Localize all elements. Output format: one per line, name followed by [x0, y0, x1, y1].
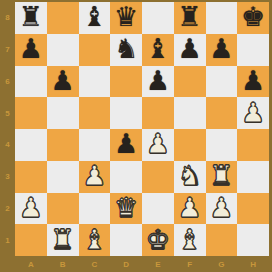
- black-pawn[interactable]: ♟: [241, 67, 265, 94]
- black-rook[interactable]: ♜: [178, 3, 202, 30]
- white-pawn[interactable]: ♟: [241, 99, 265, 126]
- square-b2[interactable]: [47, 193, 79, 225]
- square-a1[interactable]: [15, 224, 47, 256]
- square-e1[interactable]: ♚: [142, 224, 174, 256]
- black-pawn[interactable]: ♟: [146, 67, 170, 94]
- rank-labels: 87654321: [0, 2, 15, 256]
- square-d5[interactable]: [110, 97, 142, 129]
- rank-label-4: 4: [0, 129, 15, 161]
- black-pawn[interactable]: ♟: [51, 67, 75, 94]
- white-pawn[interactable]: ♟: [209, 194, 233, 221]
- black-knight[interactable]: ♞: [114, 35, 138, 62]
- rank-label-8: 8: [0, 2, 15, 34]
- file-label-g: G: [206, 256, 238, 272]
- square-f6[interactable]: [174, 66, 206, 98]
- white-rook[interactable]: ♜: [51, 226, 75, 253]
- file-label-f: F: [174, 256, 206, 272]
- square-f7[interactable]: ♟: [174, 34, 206, 66]
- white-pawn[interactable]: ♟: [146, 130, 170, 157]
- square-c2[interactable]: [79, 193, 111, 225]
- square-a4[interactable]: [15, 129, 47, 161]
- square-a7[interactable]: ♟: [15, 34, 47, 66]
- square-d7[interactable]: ♞: [110, 34, 142, 66]
- black-king[interactable]: ♚: [241, 3, 265, 30]
- square-b7[interactable]: [47, 34, 79, 66]
- square-e7[interactable]: ♝: [142, 34, 174, 66]
- square-h5[interactable]: ♟: [237, 97, 269, 129]
- file-labels: ABCDEFGH: [15, 256, 269, 272]
- square-c1[interactable]: ♝: [79, 224, 111, 256]
- file-label-a: A: [15, 256, 47, 272]
- file-label-e: E: [142, 256, 174, 272]
- square-h2[interactable]: [237, 193, 269, 225]
- square-c8[interactable]: ♝: [79, 2, 111, 34]
- square-e6[interactable]: ♟: [142, 66, 174, 98]
- file-label-h: H: [237, 256, 269, 272]
- chess-board-frame: 87654321 ♜♝♛♜♚♟♞♝♟♟♟♟♟♟♟♟♟♞♜♟♛♟♟♜♝♚♝ ABC…: [0, 0, 272, 272]
- black-queen[interactable]: ♛: [114, 3, 138, 30]
- square-g3[interactable]: ♜: [206, 161, 238, 193]
- square-d6[interactable]: [110, 66, 142, 98]
- square-c3[interactable]: ♟: [79, 161, 111, 193]
- rank-label-3: 3: [0, 161, 15, 193]
- square-g7[interactable]: ♟: [206, 34, 238, 66]
- square-g8[interactable]: [206, 2, 238, 34]
- square-a3[interactable]: [15, 161, 47, 193]
- black-pawn[interactable]: ♟: [209, 35, 233, 62]
- black-bishop[interactable]: ♝: [82, 3, 106, 30]
- square-b3[interactable]: [47, 161, 79, 193]
- square-f2[interactable]: ♟: [174, 193, 206, 225]
- black-pawn[interactable]: ♟: [178, 35, 202, 62]
- square-d2[interactable]: ♛: [110, 193, 142, 225]
- square-c5[interactable]: [79, 97, 111, 129]
- square-f5[interactable]: [174, 97, 206, 129]
- white-knight[interactable]: ♞: [178, 162, 202, 189]
- white-pawn[interactable]: ♟: [19, 194, 43, 221]
- square-a2[interactable]: ♟: [15, 193, 47, 225]
- square-a8[interactable]: ♜: [15, 2, 47, 34]
- square-a5[interactable]: [15, 97, 47, 129]
- white-pawn[interactable]: ♟: [178, 194, 202, 221]
- square-g6[interactable]: [206, 66, 238, 98]
- square-d8[interactable]: ♛: [110, 2, 142, 34]
- square-f3[interactable]: ♞: [174, 161, 206, 193]
- square-e8[interactable]: [142, 2, 174, 34]
- white-bishop[interactable]: ♝: [178, 226, 202, 253]
- black-pawn[interactable]: ♟: [114, 130, 138, 157]
- square-h7[interactable]: [237, 34, 269, 66]
- rank-label-5: 5: [0, 97, 15, 129]
- square-d4[interactable]: ♟: [110, 129, 142, 161]
- square-e5[interactable]: [142, 97, 174, 129]
- white-queen[interactable]: ♛: [114, 194, 138, 221]
- square-b8[interactable]: [47, 2, 79, 34]
- black-rook[interactable]: ♜: [19, 3, 43, 30]
- square-b1[interactable]: ♜: [47, 224, 79, 256]
- square-b5[interactable]: [47, 97, 79, 129]
- white-king[interactable]: ♚: [146, 226, 170, 253]
- square-g2[interactable]: ♟: [206, 193, 238, 225]
- white-pawn[interactable]: ♟: [82, 162, 106, 189]
- file-label-c: C: [79, 256, 111, 272]
- square-h8[interactable]: ♚: [237, 2, 269, 34]
- rank-label-6: 6: [0, 66, 15, 98]
- square-f1[interactable]: ♝: [174, 224, 206, 256]
- square-h1[interactable]: [237, 224, 269, 256]
- square-d3[interactable]: [110, 161, 142, 193]
- square-c6[interactable]: [79, 66, 111, 98]
- white-rook[interactable]: ♜: [209, 162, 233, 189]
- square-f4[interactable]: [174, 129, 206, 161]
- square-f8[interactable]: ♜: [174, 2, 206, 34]
- square-d1[interactable]: [110, 224, 142, 256]
- square-c7[interactable]: [79, 34, 111, 66]
- square-b6[interactable]: ♟: [47, 66, 79, 98]
- black-bishop[interactable]: ♝: [146, 35, 170, 62]
- black-pawn[interactable]: ♟: [19, 35, 43, 62]
- square-g5[interactable]: [206, 97, 238, 129]
- white-bishop[interactable]: ♝: [82, 226, 106, 253]
- square-e3[interactable]: [142, 161, 174, 193]
- chess-board: ♜♝♛♜♚♟♞♝♟♟♟♟♟♟♟♟♟♞♜♟♛♟♟♜♝♚♝: [15, 2, 269, 256]
- square-a6[interactable]: [15, 66, 47, 98]
- square-e2[interactable]: [142, 193, 174, 225]
- square-e4[interactable]: ♟: [142, 129, 174, 161]
- file-label-b: B: [47, 256, 79, 272]
- square-g1[interactable]: [206, 224, 238, 256]
- square-g4[interactable]: [206, 129, 238, 161]
- square-b4[interactable]: [47, 129, 79, 161]
- square-h3[interactable]: [237, 161, 269, 193]
- square-h4[interactable]: [237, 129, 269, 161]
- rank-label-2: 2: [0, 193, 15, 225]
- square-c4[interactable]: [79, 129, 111, 161]
- rank-label-1: 1: [0, 224, 15, 256]
- file-label-d: D: [110, 256, 142, 272]
- rank-label-7: 7: [0, 34, 15, 66]
- square-h6[interactable]: ♟: [237, 66, 269, 98]
